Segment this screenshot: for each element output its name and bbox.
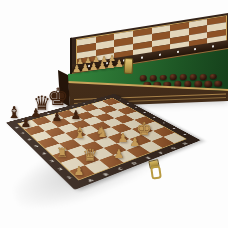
- piece-white-rook[interactable]: ♜: [56, 146, 68, 159]
- piece-white-pawn-1[interactable]: ♟: [118, 132, 129, 144]
- chess-set-product-photo: ♟♟♟♟♟♟♟♟♟♟♟ ABCDEFGH12345678 ♚♛♝♟♟♟♟♝♞♚♟…: [0, 0, 228, 228]
- piece-black-pawn-2[interactable]: ♟: [52, 111, 63, 123]
- piece-black-pawn-3[interactable]: ♟: [71, 109, 82, 121]
- piece-black-pawn-1[interactable]: ♟: [31, 107, 42, 119]
- piece-white-queen[interactable]: ♛: [82, 147, 97, 164]
- piece-white-pawn-4[interactable]: ♟: [74, 165, 85, 177]
- piece-white-pawn-3[interactable]: ♟: [114, 148, 125, 160]
- piece-black-pawn-4[interactable]: ♟: [21, 117, 32, 129]
- piece-white-knight[interactable]: ♞: [96, 125, 109, 139]
- pieces-layer: ♚♛♝♟♟♟♟♝♞♚♟♟♜♛♟♟: [0, 0, 228, 228]
- piece-black-bishop[interactable]: ♝: [7, 105, 21, 121]
- piece-white-pawn-2[interactable]: ♟: [130, 136, 141, 148]
- piece-white-bishop-1[interactable]: ♝: [73, 126, 86, 141]
